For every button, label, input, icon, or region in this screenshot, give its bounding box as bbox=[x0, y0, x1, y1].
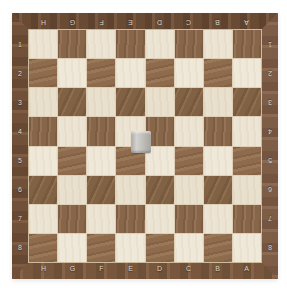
square-d7[interactable] bbox=[146, 205, 174, 233]
square-h3[interactable] bbox=[29, 88, 57, 116]
square-g4[interactable] bbox=[58, 117, 86, 145]
square-b3[interactable] bbox=[204, 88, 232, 116]
file-label-a: A bbox=[232, 263, 261, 272]
square-h7[interactable] bbox=[29, 205, 57, 233]
square-c3[interactable] bbox=[175, 88, 203, 116]
file-label-b: B bbox=[203, 16, 232, 29]
square-d6[interactable] bbox=[146, 176, 174, 204]
file-label-c: C bbox=[174, 16, 203, 29]
square-f7[interactable] bbox=[87, 205, 115, 233]
rank-label-6: 6 bbox=[12, 175, 28, 204]
square-a3[interactable] bbox=[233, 88, 261, 116]
rank-label-8: 8 bbox=[262, 233, 278, 262]
square-b7[interactable] bbox=[204, 205, 232, 233]
rank-label-8: 8 bbox=[12, 233, 28, 262]
chessboard-photo: HGFEDCBA HGFEDCBA 12345678 12345678 bbox=[0, 0, 287, 300]
rank-label-5: 5 bbox=[12, 146, 28, 175]
rank-label-2: 2 bbox=[262, 59, 278, 88]
square-g1[interactable] bbox=[58, 30, 86, 58]
file-label-c: C bbox=[174, 263, 203, 272]
chessboard: HGFEDCBA HGFEDCBA 12345678 12345678 bbox=[12, 13, 278, 279]
square-e6[interactable] bbox=[116, 176, 144, 204]
square-a6[interactable] bbox=[233, 176, 261, 204]
square-b2[interactable] bbox=[204, 59, 232, 87]
rank-label-7: 7 bbox=[12, 204, 28, 233]
square-d1[interactable] bbox=[146, 30, 174, 58]
square-c1[interactable] bbox=[175, 30, 203, 58]
square-g5[interactable] bbox=[58, 147, 86, 175]
square-f8[interactable] bbox=[87, 234, 115, 262]
square-e7[interactable] bbox=[116, 205, 144, 233]
file-label-b: B bbox=[203, 263, 232, 272]
square-h2[interactable] bbox=[29, 59, 57, 87]
square-g2[interactable] bbox=[58, 59, 86, 87]
square-h1[interactable] bbox=[29, 30, 57, 58]
rank-label-3: 3 bbox=[262, 88, 278, 117]
square-e1[interactable] bbox=[116, 30, 144, 58]
file-label-f: F bbox=[87, 16, 116, 29]
square-a4[interactable] bbox=[233, 117, 261, 145]
square-c6[interactable] bbox=[175, 176, 203, 204]
square-g7[interactable] bbox=[58, 205, 86, 233]
square-c4[interactable] bbox=[175, 117, 203, 145]
file-label-h: H bbox=[29, 16, 58, 29]
square-a8[interactable] bbox=[233, 234, 261, 262]
square-f4[interactable] bbox=[87, 117, 115, 145]
rank-label-4: 4 bbox=[12, 117, 28, 146]
square-h8[interactable] bbox=[29, 234, 57, 262]
square-a1[interactable] bbox=[233, 30, 261, 58]
square-h5[interactable] bbox=[29, 147, 57, 175]
rank-labels-left: 12345678 bbox=[12, 30, 28, 262]
square-b6[interactable] bbox=[204, 176, 232, 204]
square-g6[interactable] bbox=[58, 176, 86, 204]
square-f6[interactable] bbox=[87, 176, 115, 204]
square-f1[interactable] bbox=[87, 30, 115, 58]
rank-label-2: 2 bbox=[12, 59, 28, 88]
file-label-g: G bbox=[58, 263, 87, 272]
square-f5[interactable] bbox=[87, 147, 115, 175]
rank-labels-right: 12345678 bbox=[262, 30, 278, 262]
rank-label-7: 7 bbox=[262, 204, 278, 233]
file-label-h: H bbox=[29, 263, 58, 272]
rank-label-6: 6 bbox=[262, 175, 278, 204]
square-e8[interactable] bbox=[116, 234, 144, 262]
square-d8[interactable] bbox=[146, 234, 174, 262]
file-label-e: E bbox=[116, 263, 145, 272]
square-c2[interactable] bbox=[175, 59, 203, 87]
square-e2[interactable] bbox=[116, 59, 144, 87]
square-a2[interactable] bbox=[233, 59, 261, 87]
square-c7[interactable] bbox=[175, 205, 203, 233]
file-label-g: G bbox=[58, 16, 87, 29]
square-c5[interactable] bbox=[175, 147, 203, 175]
rank-label-1: 1 bbox=[262, 30, 278, 59]
silver-sticker bbox=[131, 131, 151, 153]
square-a7[interactable] bbox=[233, 205, 261, 233]
file-label-a: A bbox=[232, 16, 261, 29]
rank-label-3: 3 bbox=[12, 88, 28, 117]
square-b5[interactable] bbox=[204, 147, 232, 175]
square-f3[interactable] bbox=[87, 88, 115, 116]
square-b1[interactable] bbox=[204, 30, 232, 58]
rank-label-4: 4 bbox=[262, 117, 278, 146]
square-d3[interactable] bbox=[146, 88, 174, 116]
file-label-f: F bbox=[87, 263, 116, 272]
square-h6[interactable] bbox=[29, 176, 57, 204]
square-g8[interactable] bbox=[58, 234, 86, 262]
rank-label-1: 1 bbox=[12, 30, 28, 59]
file-label-d: D bbox=[145, 263, 174, 272]
square-b4[interactable] bbox=[204, 117, 232, 145]
file-label-e: E bbox=[116, 16, 145, 29]
square-d2[interactable] bbox=[146, 59, 174, 87]
file-label-d: D bbox=[145, 16, 174, 29]
file-labels-bottom: HGFEDCBA bbox=[29, 263, 261, 277]
file-labels-top: HGFEDCBA bbox=[29, 16, 261, 29]
square-f2[interactable] bbox=[87, 59, 115, 87]
square-h4[interactable] bbox=[29, 117, 57, 145]
square-c8[interactable] bbox=[175, 234, 203, 262]
square-e3[interactable] bbox=[116, 88, 144, 116]
square-b8[interactable] bbox=[204, 234, 232, 262]
rank-label-5: 5 bbox=[262, 146, 278, 175]
square-g3[interactable] bbox=[58, 88, 86, 116]
square-a5[interactable] bbox=[233, 147, 261, 175]
